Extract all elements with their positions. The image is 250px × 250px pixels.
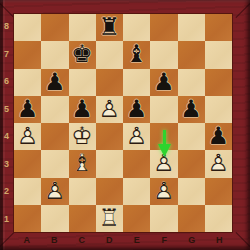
white-rook[interactable]: ♜♖ xyxy=(96,205,123,232)
square-h6[interactable] xyxy=(205,69,232,96)
square-h8[interactable] xyxy=(205,14,232,41)
rank-label-1: 1 xyxy=(0,206,13,234)
file-label-h: H xyxy=(206,235,234,249)
square-b6[interactable]: ♟ xyxy=(41,69,68,96)
piece-outline: ♗ xyxy=(69,150,96,177)
square-f5[interactable] xyxy=(150,96,177,123)
piece-outline: ♙ xyxy=(96,96,123,123)
square-c2[interactable] xyxy=(69,178,96,205)
file-label-e: E xyxy=(123,235,151,249)
square-c3[interactable]: ♝♗ xyxy=(69,150,96,177)
square-g5[interactable]: ♟ xyxy=(178,96,205,123)
square-b3[interactable] xyxy=(41,150,68,177)
square-g1[interactable] xyxy=(178,205,205,232)
square-f7[interactable] xyxy=(150,41,177,68)
white-bishop[interactable]: ♝♗ xyxy=(69,150,96,177)
square-g4[interactable] xyxy=(178,123,205,150)
square-a8[interactable] xyxy=(14,14,41,41)
rank-label-8: 8 xyxy=(0,13,13,41)
square-h2[interactable] xyxy=(205,178,232,205)
square-h1[interactable] xyxy=(205,205,232,232)
piece-outline: ♙ xyxy=(150,178,177,205)
square-g7[interactable] xyxy=(178,41,205,68)
rank-label-6: 6 xyxy=(0,68,13,96)
square-e1[interactable] xyxy=(123,205,150,232)
rank-label-4: 4 xyxy=(0,123,13,151)
square-e4[interactable]: ♟♙ xyxy=(123,123,150,150)
square-b7[interactable] xyxy=(41,41,68,68)
square-f8[interactable] xyxy=(150,14,177,41)
square-a7[interactable] xyxy=(14,41,41,68)
file-label-c: C xyxy=(68,235,96,249)
black-bishop[interactable]: ♝ xyxy=(123,41,150,68)
white-pawn[interactable]: ♟♙ xyxy=(150,178,177,205)
square-h4[interactable]: ♟ xyxy=(205,123,232,150)
square-b2[interactable]: ♟♙ xyxy=(41,178,68,205)
file-label-a: A xyxy=(13,235,41,249)
piece-glyph: ♟ xyxy=(205,123,232,150)
black-pawn[interactable]: ♟ xyxy=(123,96,150,123)
square-h5[interactable] xyxy=(205,96,232,123)
square-c6[interactable] xyxy=(69,69,96,96)
move-arrow-icon xyxy=(157,130,172,158)
piece-outline: ♙ xyxy=(14,123,41,150)
square-e6[interactable] xyxy=(123,69,150,96)
square-f2[interactable]: ♟♙ xyxy=(150,178,177,205)
square-d6[interactable] xyxy=(96,69,123,96)
file-label-f: F xyxy=(151,235,179,249)
square-g3[interactable] xyxy=(178,150,205,177)
square-a2[interactable] xyxy=(14,178,41,205)
square-e3[interactable] xyxy=(123,150,150,177)
square-d3[interactable] xyxy=(96,150,123,177)
black-pawn[interactable]: ♟ xyxy=(178,96,205,123)
square-g8[interactable] xyxy=(178,14,205,41)
chess-board-window: ♜♚♝♟♟♟♟♟♙♟♟♟♙♚♔♟♙♟♝♗♟♙♟♙♟♙♟♙♜♖ 87654321 … xyxy=(0,0,250,250)
square-d8[interactable]: ♜ xyxy=(96,14,123,41)
square-d1[interactable]: ♜♖ xyxy=(96,205,123,232)
square-b8[interactable] xyxy=(41,14,68,41)
piece-glyph: ♟ xyxy=(178,96,205,123)
piece-outline: ♔ xyxy=(69,123,96,150)
chess-board[interactable]: ♜♚♝♟♟♟♟♟♙♟♟♟♙♚♔♟♙♟♝♗♟♙♟♙♟♙♟♙♜♖ xyxy=(13,13,233,233)
square-a1[interactable] xyxy=(14,205,41,232)
piece-glyph: ♟ xyxy=(41,69,68,96)
rank-label-5: 5 xyxy=(0,96,13,124)
square-e5[interactable]: ♟ xyxy=(123,96,150,123)
square-b1[interactable] xyxy=(41,205,68,232)
piece-glyph: ♚ xyxy=(69,41,96,68)
piece-outline: ♖ xyxy=(96,205,123,232)
rank-label-2: 2 xyxy=(0,178,13,206)
white-pawn[interactable]: ♟♙ xyxy=(41,178,68,205)
square-d2[interactable] xyxy=(96,178,123,205)
square-d4[interactable] xyxy=(96,123,123,150)
black-pawn[interactable]: ♟ xyxy=(14,96,41,123)
square-a3[interactable] xyxy=(14,150,41,177)
square-h3[interactable]: ♟♙ xyxy=(205,150,232,177)
square-b4[interactable] xyxy=(41,123,68,150)
piece-glyph: ♟ xyxy=(123,96,150,123)
rank-label-3: 3 xyxy=(0,151,13,179)
square-c4[interactable]: ♚♔ xyxy=(69,123,96,150)
square-a5[interactable]: ♟ xyxy=(14,96,41,123)
rank-label-7: 7 xyxy=(0,41,13,69)
frame-miter xyxy=(236,3,250,18)
square-e8[interactable] xyxy=(123,14,150,41)
white-king[interactable]: ♚♔ xyxy=(69,123,96,150)
square-e7[interactable]: ♝ xyxy=(123,41,150,68)
square-a6[interactable] xyxy=(14,69,41,96)
square-e2[interactable] xyxy=(123,178,150,205)
piece-glyph: ♟ xyxy=(69,96,96,123)
piece-glyph: ♝ xyxy=(123,41,150,68)
black-pawn[interactable]: ♟ xyxy=(41,69,68,96)
piece-outline: ♙ xyxy=(123,123,150,150)
square-c5[interactable]: ♟ xyxy=(69,96,96,123)
white-pawn[interactable]: ♟♙ xyxy=(14,123,41,150)
piece-glyph: ♟ xyxy=(14,96,41,123)
frame-miter xyxy=(236,232,250,247)
square-c1[interactable] xyxy=(69,205,96,232)
square-h7[interactable] xyxy=(205,41,232,68)
square-g6[interactable] xyxy=(178,69,205,96)
black-pawn[interactable]: ♟ xyxy=(150,69,177,96)
black-pawn[interactable]: ♟ xyxy=(205,123,232,150)
square-d5[interactable]: ♟♙ xyxy=(96,96,123,123)
black-pawn[interactable]: ♟ xyxy=(69,96,96,123)
piece-outline: ♙ xyxy=(205,150,232,177)
file-label-d: D xyxy=(96,235,124,249)
square-g2[interactable] xyxy=(178,178,205,205)
black-king[interactable]: ♚ xyxy=(69,41,96,68)
square-a4[interactable]: ♟♙ xyxy=(14,123,41,150)
square-c7[interactable]: ♚ xyxy=(69,41,96,68)
file-label-b: B xyxy=(41,235,69,249)
file-label-g: G xyxy=(178,235,206,249)
black-rook[interactable]: ♜ xyxy=(96,14,123,41)
piece-glyph: ♜ xyxy=(96,14,123,41)
square-f6[interactable]: ♟ xyxy=(150,69,177,96)
square-d7[interactable] xyxy=(96,41,123,68)
square-c8[interactable] xyxy=(69,14,96,41)
square-b5[interactable] xyxy=(41,96,68,123)
white-pawn[interactable]: ♟♙ xyxy=(96,96,123,123)
white-pawn[interactable]: ♟♙ xyxy=(123,123,150,150)
piece-glyph: ♟ xyxy=(150,69,177,96)
piece-outline: ♙ xyxy=(41,178,68,205)
white-pawn[interactable]: ♟♙ xyxy=(205,150,232,177)
square-f1[interactable] xyxy=(150,205,177,232)
